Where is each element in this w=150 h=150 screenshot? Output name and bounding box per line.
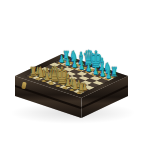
piece-white-rook-h1[interactable]: ♜ [77, 81, 84, 94]
piece-black-pawn-e7[interactable]: ♟ [86, 63, 92, 73]
piece-black-pawn-d7[interactable]: ♟ [79, 61, 85, 71]
piece-black-pawn-h7[interactable]: ♟ [106, 70, 112, 80]
piece-black-rook-h8[interactable]: ♜ [111, 65, 118, 78]
piece-black-pawn-c7[interactable]: ♟ [72, 59, 78, 69]
pieces-layer: ♜♞♝♛♚♝♞♜♟♟♟♟♟♟♟♟♟♟♟♟♟♟♟♟♜♞♝♛♚♝♞♜ [0, 0, 150, 150]
chess-set-photo: ♜♞♝♛♚♝♞♜♟♟♟♟♟♟♟♟♟♟♟♟♟♟♟♟♜♞♝♛♚♝♞♜ [0, 0, 150, 150]
piece-black-pawn-f7[interactable]: ♟ [93, 66, 99, 76]
piece-black-pawn-g7[interactable]: ♟ [100, 68, 106, 78]
